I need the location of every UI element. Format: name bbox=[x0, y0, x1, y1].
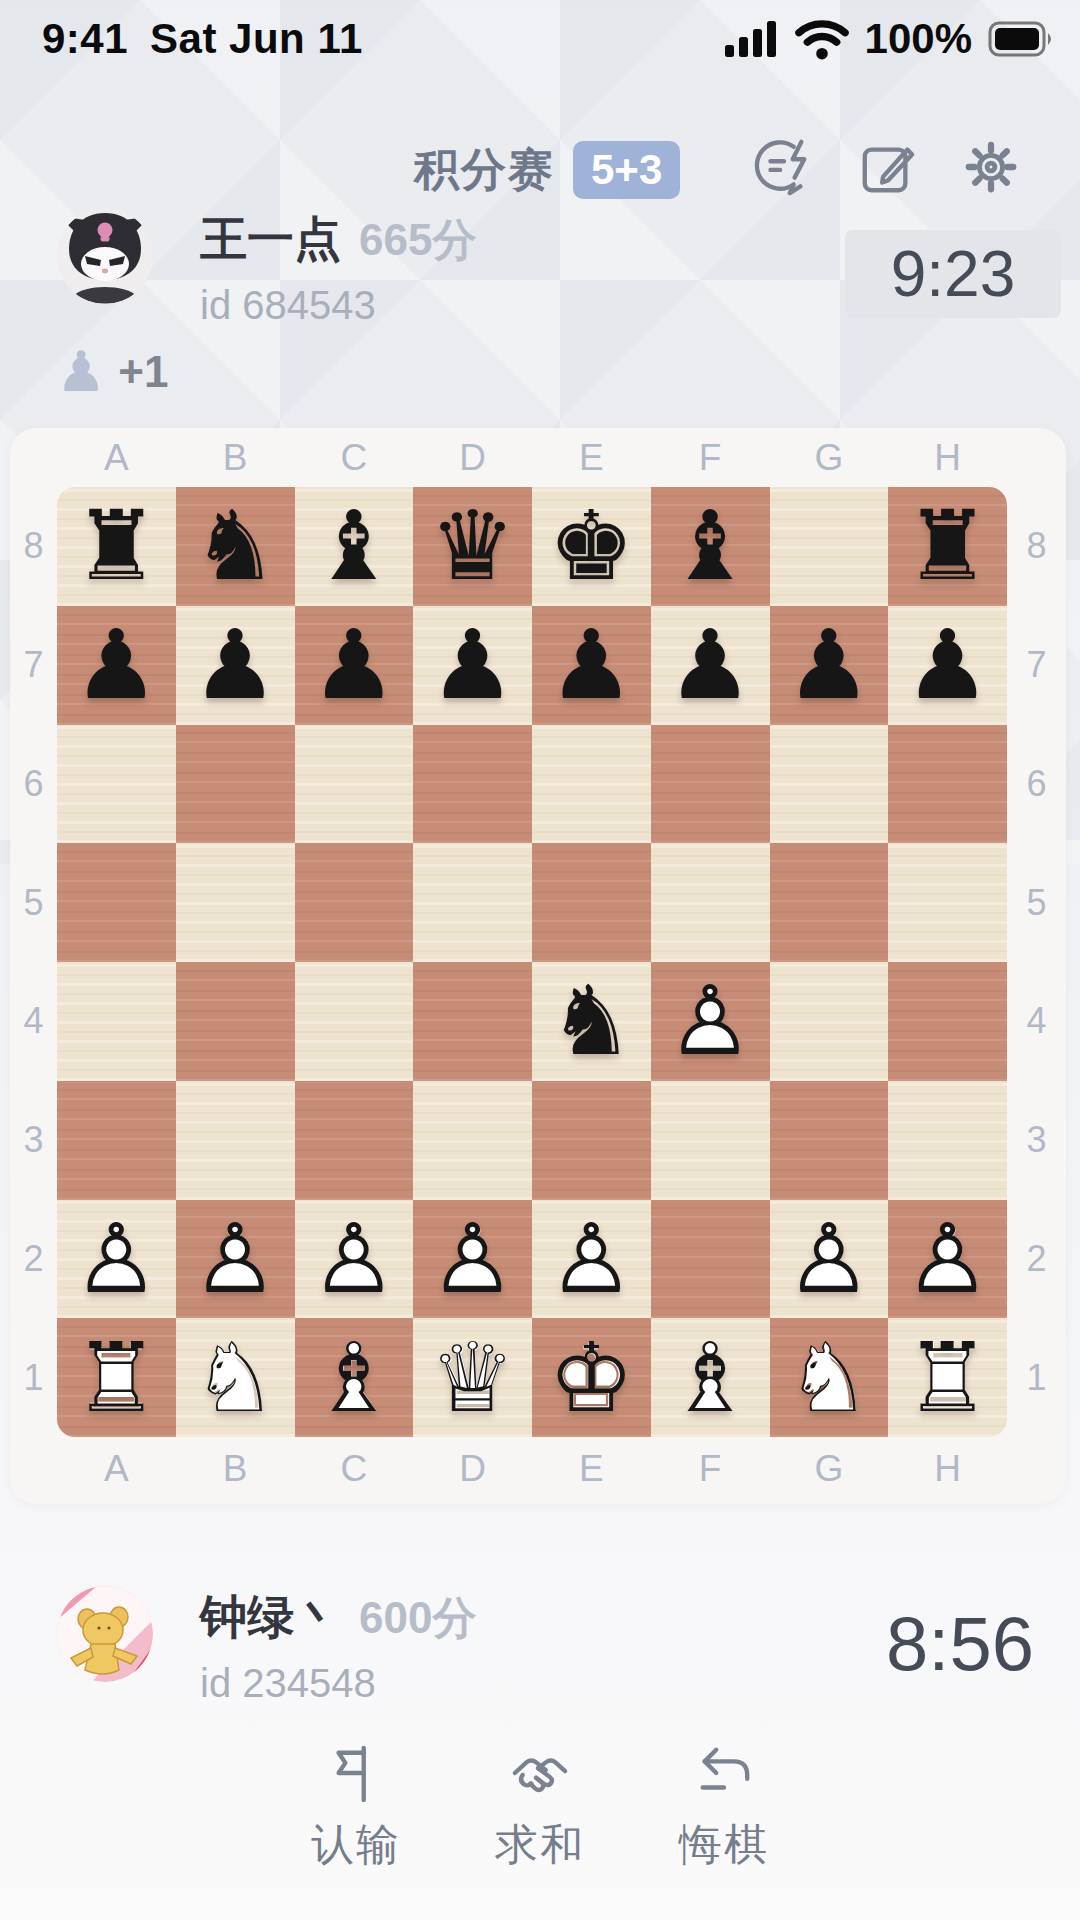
rank-label: 3 bbox=[1007, 1081, 1066, 1200]
black-bishop: ♝ bbox=[311, 498, 397, 594]
square-c4[interactable] bbox=[295, 962, 414, 1081]
square-g3[interactable] bbox=[770, 1081, 889, 1200]
game-mode: 积分赛 5+3 bbox=[414, 132, 680, 208]
square-e4[interactable]: ♞ bbox=[532, 962, 651, 1081]
rank-labels-right: 87654321 bbox=[1007, 487, 1066, 1437]
status-bar: 9:41 Sat Jun 11 100% bbox=[0, 0, 1080, 64]
game-header: 积分赛 5+3 bbox=[0, 132, 1080, 212]
file-labels-top: ABCDEFGH bbox=[57, 428, 1007, 487]
undo-move-label: 悔棋 bbox=[679, 1816, 769, 1874]
square-g5[interactable] bbox=[770, 843, 889, 962]
square-d3[interactable] bbox=[413, 1081, 532, 1200]
square-d8[interactable]: ♛ bbox=[413, 487, 532, 606]
rank-label: 5 bbox=[10, 843, 57, 962]
square-b6[interactable] bbox=[176, 725, 295, 844]
square-c3[interactable] bbox=[295, 1081, 414, 1200]
white-bishop: ♝♗ bbox=[311, 1330, 397, 1426]
black-bishop: ♝ bbox=[667, 498, 753, 594]
square-f6[interactable] bbox=[651, 725, 770, 844]
square-b3[interactable] bbox=[176, 1081, 295, 1200]
file-label: C bbox=[295, 1437, 414, 1501]
rank-label: 2 bbox=[10, 1200, 57, 1319]
square-f7[interactable]: ♟ bbox=[651, 606, 770, 725]
square-h2[interactable]: ♟♙ bbox=[888, 1200, 1007, 1319]
square-h7[interactable]: ♟ bbox=[888, 606, 1007, 725]
time-control-badge: 5+3 bbox=[573, 141, 680, 199]
square-d1[interactable]: ♛♕ bbox=[413, 1318, 532, 1437]
square-d7[interactable]: ♟ bbox=[413, 606, 532, 725]
captured-pieces-tray: ♟ +1 bbox=[56, 344, 168, 400]
rank-labels-left: 87654321 bbox=[10, 487, 57, 1437]
file-label: G bbox=[770, 428, 889, 487]
square-e1[interactable]: ♚♔ bbox=[532, 1318, 651, 1437]
chat-button[interactable] bbox=[754, 138, 812, 196]
square-f5[interactable] bbox=[651, 843, 770, 962]
square-a8[interactable]: ♜ bbox=[57, 487, 176, 606]
square-f1[interactable]: ♝♗ bbox=[651, 1318, 770, 1437]
battery-percent: 100% bbox=[865, 15, 972, 63]
square-a2[interactable]: ♟♙ bbox=[57, 1200, 176, 1319]
rank-label: 1 bbox=[1007, 1318, 1066, 1437]
file-label: E bbox=[532, 1437, 651, 1501]
white-pawn: ♟♙ bbox=[430, 1211, 516, 1307]
file-label: D bbox=[413, 1437, 532, 1501]
battery-icon bbox=[988, 21, 1054, 57]
square-d4[interactable] bbox=[413, 962, 532, 1081]
square-c7[interactable]: ♟ bbox=[295, 606, 414, 725]
opponent-name: 王一点 bbox=[200, 208, 341, 271]
opponent-avatar[interactable] bbox=[57, 208, 153, 304]
opponent-avatar-image bbox=[57, 208, 153, 304]
black-pawn: ♟ bbox=[905, 617, 991, 713]
chess-board: ABCDEFGH 87654321 ♜♞♝♛♚♝♜♟♟♟♟♟♟♟♟♞♟♙♟♙♟♙… bbox=[10, 428, 1066, 1504]
opponent-score: 665分 bbox=[359, 211, 476, 270]
board-grid: ♜♞♝♛♚♝♜♟♟♟♟♟♟♟♟♞♟♙♟♙♟♙♟♙♟♙♟♙♟♙♟♙♜♖♞♘♝♗♛♕… bbox=[57, 487, 1007, 1437]
rank-label: 8 bbox=[1007, 487, 1066, 606]
black-pawn: ♟ bbox=[311, 617, 397, 713]
edit-icon bbox=[858, 138, 916, 196]
square-a6[interactable] bbox=[57, 725, 176, 844]
square-b5[interactable] bbox=[176, 843, 295, 962]
square-e6[interactable] bbox=[532, 725, 651, 844]
square-e8[interactable]: ♚ bbox=[532, 487, 651, 606]
white-pawn: ♟♙ bbox=[905, 1211, 991, 1307]
rank-label: 4 bbox=[10, 962, 57, 1081]
app-screen: 9:41 Sat Jun 11 100% bbox=[0, 0, 1080, 1920]
handshake-icon bbox=[511, 1744, 569, 1802]
black-rook: ♜ bbox=[905, 498, 991, 594]
black-queen: ♛ bbox=[430, 498, 516, 594]
player-clock: 8:56 bbox=[886, 1600, 1034, 1687]
captured-pawn-icon: ♟ bbox=[56, 344, 106, 400]
square-g2[interactable]: ♟♙ bbox=[770, 1200, 889, 1319]
square-e2[interactable]: ♟♙ bbox=[532, 1200, 651, 1319]
white-knight: ♞♘ bbox=[786, 1330, 872, 1426]
square-a5[interactable] bbox=[57, 843, 176, 962]
file-label: E bbox=[532, 428, 651, 487]
rank-label: 3 bbox=[10, 1081, 57, 1200]
captured-count: +1 bbox=[118, 347, 168, 397]
white-knight: ♞♘ bbox=[192, 1330, 278, 1426]
wifi-icon bbox=[795, 18, 849, 60]
white-rook: ♜♖ bbox=[905, 1330, 991, 1426]
white-bishop: ♝♗ bbox=[667, 1330, 753, 1426]
square-c1[interactable]: ♝♗ bbox=[295, 1318, 414, 1437]
black-knight: ♞ bbox=[192, 498, 278, 594]
square-f4[interactable]: ♟♙ bbox=[651, 962, 770, 1081]
resign-label: 认输 bbox=[311, 1816, 401, 1874]
square-f2[interactable] bbox=[651, 1200, 770, 1319]
square-e7[interactable]: ♟ bbox=[532, 606, 651, 725]
square-c8[interactable]: ♝ bbox=[295, 487, 414, 606]
edit-button[interactable] bbox=[858, 138, 916, 196]
file-labels-bottom: ABCDEFGH bbox=[57, 1437, 1007, 1501]
rank-label: 2 bbox=[1007, 1200, 1066, 1319]
black-pawn: ♟ bbox=[786, 617, 872, 713]
rank-label: 6 bbox=[10, 725, 57, 844]
player-avatar[interactable] bbox=[57, 1586, 153, 1682]
white-king: ♚♔ bbox=[548, 1330, 634, 1426]
chat-lightning-icon bbox=[754, 138, 812, 196]
black-king: ♚ bbox=[548, 498, 634, 594]
rank-label: 5 bbox=[1007, 843, 1066, 962]
opponent-id: id 684543 bbox=[200, 283, 476, 328]
player-name: 钟绿丶 bbox=[200, 1586, 341, 1649]
square-f3[interactable] bbox=[651, 1081, 770, 1200]
square-g8[interactable] bbox=[770, 487, 889, 606]
draw-offer-label: 求和 bbox=[495, 1816, 585, 1874]
square-g7[interactable]: ♟ bbox=[770, 606, 889, 725]
square-f8[interactable]: ♝ bbox=[651, 487, 770, 606]
square-g4[interactable] bbox=[770, 962, 889, 1081]
white-pawn: ♟♙ bbox=[786, 1211, 872, 1307]
file-label: A bbox=[57, 428, 176, 487]
white-pawn: ♟♙ bbox=[311, 1211, 397, 1307]
status-date: Sat Jun 11 bbox=[150, 15, 363, 63]
square-d6[interactable] bbox=[413, 725, 532, 844]
file-label: F bbox=[651, 428, 770, 487]
square-b1[interactable]: ♞♘ bbox=[176, 1318, 295, 1437]
rank-label: 1 bbox=[10, 1318, 57, 1437]
undo-move-button[interactable]: 悔棋 bbox=[663, 1744, 785, 1874]
file-label: H bbox=[888, 1437, 1007, 1501]
black-rook: ♜ bbox=[73, 498, 159, 594]
file-label: D bbox=[413, 428, 532, 487]
flag-icon bbox=[327, 1744, 385, 1802]
square-d5[interactable] bbox=[413, 843, 532, 962]
rank-label: 7 bbox=[10, 606, 57, 725]
black-pawn: ♟ bbox=[73, 617, 159, 713]
black-pawn: ♟ bbox=[430, 617, 516, 713]
black-pawn: ♟ bbox=[667, 617, 753, 713]
file-label: A bbox=[57, 1437, 176, 1501]
file-label: B bbox=[176, 1437, 295, 1501]
file-label: F bbox=[651, 1437, 770, 1501]
white-pawn: ♟♙ bbox=[192, 1211, 278, 1307]
player-id: id 234548 bbox=[200, 1661, 476, 1706]
status-time: 9:41 bbox=[42, 15, 128, 63]
signal-icon bbox=[723, 19, 779, 59]
rank-label: 7 bbox=[1007, 606, 1066, 725]
undo-icon bbox=[695, 1744, 753, 1802]
square-h5[interactable] bbox=[888, 843, 1007, 962]
draw-offer-button[interactable]: 求和 bbox=[479, 1744, 601, 1874]
square-h8[interactable]: ♜ bbox=[888, 487, 1007, 606]
action-bar: 认输 求和 悔棋 bbox=[0, 1744, 1080, 1874]
file-label: G bbox=[770, 1437, 889, 1501]
square-h1[interactable]: ♜♖ bbox=[888, 1318, 1007, 1437]
square-a4[interactable] bbox=[57, 962, 176, 1081]
opponent-panel: 王一点 665分 id 684543 9:23 bbox=[0, 206, 1080, 336]
file-label: C bbox=[295, 428, 414, 487]
black-pawn: ♟ bbox=[192, 617, 278, 713]
file-label: H bbox=[888, 428, 1007, 487]
gear-icon bbox=[962, 138, 1020, 196]
square-a1[interactable]: ♜♖ bbox=[57, 1318, 176, 1437]
rank-label: 8 bbox=[10, 487, 57, 606]
white-queen: ♛♕ bbox=[430, 1330, 516, 1426]
black-pawn: ♟ bbox=[548, 617, 634, 713]
white-rook: ♜♖ bbox=[73, 1330, 159, 1426]
square-b7[interactable]: ♟ bbox=[176, 606, 295, 725]
square-c5[interactable] bbox=[295, 843, 414, 962]
opponent-clock: 9:23 bbox=[845, 230, 1061, 318]
settings-button[interactable] bbox=[962, 138, 1020, 196]
file-label: B bbox=[176, 428, 295, 487]
rank-label: 6 bbox=[1007, 725, 1066, 844]
player-avatar-image bbox=[57, 1586, 153, 1682]
rank-label: 4 bbox=[1007, 962, 1066, 1081]
white-pawn: ♟♙ bbox=[73, 1211, 159, 1307]
square-b8[interactable]: ♞ bbox=[176, 487, 295, 606]
white-pawn: ♟♙ bbox=[548, 1211, 634, 1307]
white-pawn: ♟♙ bbox=[667, 973, 753, 1069]
square-b2[interactable]: ♟♙ bbox=[176, 1200, 295, 1319]
black-knight: ♞ bbox=[548, 973, 634, 1069]
square-d2[interactable]: ♟♙ bbox=[413, 1200, 532, 1319]
square-h6[interactable] bbox=[888, 725, 1007, 844]
square-b4[interactable] bbox=[176, 962, 295, 1081]
square-g1[interactable]: ♞♘ bbox=[770, 1318, 889, 1437]
square-e5[interactable] bbox=[532, 843, 651, 962]
square-a3[interactable] bbox=[57, 1081, 176, 1200]
square-h4[interactable] bbox=[888, 962, 1007, 1081]
square-a7[interactable]: ♟ bbox=[57, 606, 176, 725]
square-c6[interactable] bbox=[295, 725, 414, 844]
square-e3[interactable] bbox=[532, 1081, 651, 1200]
resign-button[interactable]: 认输 bbox=[295, 1744, 417, 1874]
player-panel: 钟绿丶 600分 id 234548 8:56 bbox=[0, 1584, 1080, 1714]
square-c2[interactable]: ♟♙ bbox=[295, 1200, 414, 1319]
square-h3[interactable] bbox=[888, 1081, 1007, 1200]
mode-label: 积分赛 bbox=[414, 140, 555, 200]
player-score: 600分 bbox=[359, 1589, 476, 1648]
square-g6[interactable] bbox=[770, 725, 889, 844]
